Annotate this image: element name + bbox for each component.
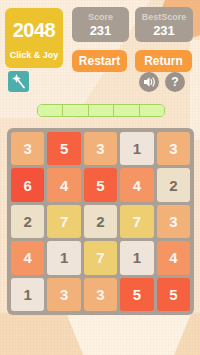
score-label: Score <box>72 12 129 22</box>
tile-r3c4: 7 <box>120 205 153 238</box>
logo-box: 2048 Click & Joy <box>5 8 63 68</box>
tile-r4c5: 4 <box>157 241 190 274</box>
magic-wand-button[interactable] <box>8 71 29 92</box>
bg-shape-bottom <box>0 313 200 355</box>
tile-r5c3: 3 <box>84 278 117 311</box>
tile-r5c5: 5 <box>157 278 190 311</box>
best-score-box: BestScore 231 <box>135 7 193 42</box>
tile-r5c4: 5 <box>120 278 153 311</box>
magic-wand-icon <box>10 73 27 90</box>
sound-button[interactable] <box>139 72 159 92</box>
bg-shape-bottom-light <box>52 313 194 355</box>
progress-segment <box>114 105 139 116</box>
tile-r3c5: 3 <box>157 205 190 238</box>
help-button[interactable]: ? <box>165 72 185 92</box>
tile-r1c3: 3 <box>84 132 117 165</box>
best-score-label: BestScore <box>135 12 193 22</box>
progress-segment <box>38 105 63 116</box>
board-grid[interactable]: 3531364542272734171413355 <box>7 128 194 315</box>
tile-r5c2: 3 <box>47 278 80 311</box>
restart-button[interactable]: Restart <box>72 50 127 72</box>
tile-r1c5: 3 <box>157 132 190 165</box>
score-value: 231 <box>72 23 129 38</box>
app-window: 2048 Click & Joy Score 231 BestScore 231… <box>0 0 200 355</box>
tile-r2c2: 4 <box>47 168 80 201</box>
tile-r1c1: 3 <box>11 132 44 165</box>
tile-r4c3: 7 <box>84 241 117 274</box>
progress-segment <box>63 105 88 116</box>
tile-r4c2: 1 <box>47 241 80 274</box>
tile-r2c1: 6 <box>11 168 44 201</box>
progress-bar <box>37 104 165 117</box>
speaker-icon <box>142 75 156 89</box>
tile-r3c2: 7 <box>47 205 80 238</box>
tile-r2c4: 4 <box>120 168 153 201</box>
tile-r2c3: 5 <box>84 168 117 201</box>
best-score-value: 231 <box>135 23 193 38</box>
app-subtitle: Click & Joy <box>5 50 63 60</box>
tile-r2c5: 2 <box>157 168 190 201</box>
tile-r3c3: 2 <box>84 205 117 238</box>
tile-r1c4: 1 <box>120 132 153 165</box>
progress-segment <box>89 105 114 116</box>
app-title: 2048 <box>5 19 63 42</box>
score-box: Score 231 <box>72 7 129 42</box>
tile-r1c2: 5 <box>47 132 80 165</box>
question-icon: ? <box>171 75 178 89</box>
return-button[interactable]: Return <box>135 50 192 72</box>
tile-r4c1: 4 <box>11 241 44 274</box>
tile-r5c1: 1 <box>11 278 44 311</box>
tile-r4c4: 1 <box>120 241 153 274</box>
tile-r3c1: 2 <box>11 205 44 238</box>
progress-segment <box>140 105 164 116</box>
